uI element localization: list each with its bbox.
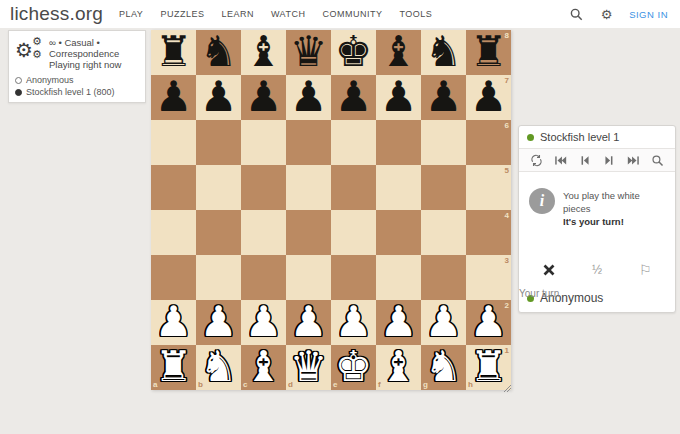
white-player-row: Anonymous bbox=[15, 75, 139, 85]
last-move-icon[interactable] bbox=[626, 153, 642, 167]
game-meta-line2: Correspondence bbox=[49, 48, 121, 59]
square-h3[interactable]: 3 bbox=[466, 255, 511, 300]
turn-info: i You play the white pieces It's your tu… bbox=[519, 172, 675, 232]
nav-item-play[interactable]: PLAY bbox=[119, 9, 143, 19]
square-a2[interactable]: ♟ bbox=[151, 300, 196, 345]
search-icon[interactable] bbox=[569, 7, 584, 22]
black-color-icon bbox=[15, 89, 22, 96]
square-b7[interactable]: ♟ bbox=[196, 75, 241, 120]
black-player-name: Stockfish level 1 (800) bbox=[26, 87, 115, 97]
square-b6[interactable] bbox=[196, 120, 241, 165]
white-pawn[interactable]: ♟ bbox=[151, 300, 196, 345]
square-h2[interactable]: ♟2 bbox=[466, 300, 511, 345]
square-g8[interactable]: ♞ bbox=[421, 30, 466, 75]
black-pawn[interactable]: ♟ bbox=[376, 75, 421, 120]
chess-board[interactable]: ♜♞♝♛♚♝♞♜8♟♟♟♟♟♟♟♟76543♟♟♟♟♟♟♟♟2♜a♞b♝c♛d♚… bbox=[151, 30, 511, 390]
square-d5[interactable] bbox=[286, 165, 331, 210]
square-c1[interactable]: ♝c bbox=[241, 345, 286, 390]
offer-draw-button[interactable]: ½ bbox=[588, 262, 606, 278]
square-e8[interactable]: ♚ bbox=[331, 30, 376, 75]
game-info-box: ⚙⚙⚙ ∞ • Casual • Correspondence Playing … bbox=[8, 30, 146, 103]
nav-item-tools[interactable]: TOOLS bbox=[399, 9, 432, 19]
black-bishop[interactable]: ♝ bbox=[376, 30, 421, 75]
square-g2[interactable]: ♟ bbox=[421, 300, 466, 345]
square-g1[interactable]: ♞g bbox=[421, 345, 466, 390]
square-a3[interactable] bbox=[151, 255, 196, 300]
board-resize-handle[interactable] bbox=[500, 379, 512, 391]
black-pawn[interactable]: ♟ bbox=[241, 75, 286, 120]
black-rook[interactable]: ♜ bbox=[466, 30, 511, 75]
opponent-row: Stockfish level 1 bbox=[519, 126, 675, 148]
turn-status-text: Your turn bbox=[519, 288, 559, 299]
square-e5[interactable] bbox=[331, 165, 376, 210]
square-f8[interactable]: ♝ bbox=[376, 30, 421, 75]
white-pawn[interactable]: ♟ bbox=[466, 300, 511, 345]
square-c5[interactable] bbox=[241, 165, 286, 210]
nav-item-community[interactable]: COMMUNITY bbox=[322, 9, 382, 19]
square-f2[interactable]: ♟ bbox=[376, 300, 421, 345]
square-b8[interactable]: ♞ bbox=[196, 30, 241, 75]
flip-board-icon[interactable] bbox=[528, 153, 544, 167]
rank-label-4: 4 bbox=[505, 212, 509, 220]
square-c4[interactable] bbox=[241, 210, 286, 255]
square-c8[interactable]: ♝ bbox=[241, 30, 286, 75]
info-icon: i bbox=[529, 188, 555, 214]
nav-item-learn[interactable]: LEARN bbox=[221, 9, 254, 19]
square-a4[interactable] bbox=[151, 210, 196, 255]
rank-label-3: 3 bbox=[505, 257, 509, 265]
turn-info-secondary: It's your turn! bbox=[563, 215, 667, 228]
white-pawn[interactable]: ♟ bbox=[196, 300, 241, 345]
square-f7[interactable]: ♟ bbox=[376, 75, 421, 120]
square-g7[interactable]: ♟ bbox=[421, 75, 466, 120]
main-menu: PLAYPUZZLESLEARNWATCHCOMMUNITYTOOLS bbox=[119, 9, 432, 19]
square-c6[interactable] bbox=[241, 120, 286, 165]
white-queen[interactable]: ♛ bbox=[286, 345, 331, 390]
square-e6[interactable] bbox=[331, 120, 376, 165]
black-knight[interactable]: ♞ bbox=[196, 30, 241, 75]
square-h5[interactable]: 5 bbox=[466, 165, 511, 210]
square-e1[interactable]: ♚e bbox=[331, 345, 376, 390]
black-bishop[interactable]: ♝ bbox=[241, 30, 286, 75]
online-status-icon bbox=[527, 134, 534, 141]
square-a1[interactable]: ♜a bbox=[151, 345, 196, 390]
square-h8[interactable]: ♜8 bbox=[466, 30, 511, 75]
white-bishop[interactable]: ♝ bbox=[241, 345, 286, 390]
square-b2[interactable]: ♟ bbox=[196, 300, 241, 345]
square-a6[interactable] bbox=[151, 120, 196, 165]
square-g6[interactable] bbox=[421, 120, 466, 165]
black-queen[interactable]: ♛ bbox=[286, 30, 331, 75]
square-d2[interactable]: ♟ bbox=[286, 300, 331, 345]
square-f5[interactable] bbox=[376, 165, 421, 210]
square-b1[interactable]: ♞b bbox=[196, 345, 241, 390]
white-king[interactable]: ♚ bbox=[331, 345, 376, 390]
first-move-icon[interactable] bbox=[552, 153, 568, 167]
square-d3[interactable] bbox=[286, 255, 331, 300]
square-a5[interactable] bbox=[151, 165, 196, 210]
square-d4[interactable] bbox=[286, 210, 331, 255]
white-color-icon bbox=[15, 77, 22, 84]
lichess-logo[interactable]: lichess.org bbox=[10, 3, 103, 25]
replay-controls bbox=[519, 148, 675, 172]
white-pawn[interactable]: ♟ bbox=[421, 300, 466, 345]
black-pawn[interactable]: ♟ bbox=[421, 75, 466, 120]
next-move-icon[interactable] bbox=[601, 153, 617, 167]
square-a8[interactable]: ♜ bbox=[151, 30, 196, 75]
square-c7[interactable]: ♟ bbox=[241, 75, 286, 120]
square-g5[interactable] bbox=[421, 165, 466, 210]
black-pawn[interactable]: ♟ bbox=[331, 75, 376, 120]
square-f4[interactable] bbox=[376, 210, 421, 255]
square-c2[interactable]: ♟ bbox=[241, 300, 286, 345]
rank-label-6: 6 bbox=[505, 122, 509, 130]
white-player-name: Anonymous bbox=[26, 75, 74, 85]
previous-move-icon[interactable] bbox=[577, 153, 593, 167]
black-pawn[interactable]: ♟ bbox=[466, 75, 511, 120]
square-h7[interactable]: ♟7 bbox=[466, 75, 511, 120]
square-b4[interactable] bbox=[196, 210, 241, 255]
resign-flag-icon[interactable]: ⚐ bbox=[636, 262, 654, 278]
square-b5[interactable] bbox=[196, 165, 241, 210]
white-knight[interactable]: ♞ bbox=[421, 345, 466, 390]
black-pawn[interactable]: ♟ bbox=[196, 75, 241, 120]
black-rook[interactable]: ♜ bbox=[151, 30, 196, 75]
black-pawn[interactable]: ♟ bbox=[286, 75, 331, 120]
white-pawn[interactable]: ♟ bbox=[286, 300, 331, 345]
game-meta-line3: Playing right now bbox=[49, 59, 121, 70]
square-b3[interactable] bbox=[196, 255, 241, 300]
square-f1[interactable]: ♝f bbox=[376, 345, 421, 390]
topbar-right: ⚙ SIGN IN bbox=[569, 7, 668, 22]
analysis-board-icon[interactable] bbox=[650, 153, 666, 167]
white-pawn[interactable]: ♟ bbox=[241, 300, 286, 345]
sign-in-button[interactable]: SIGN IN bbox=[629, 9, 668, 20]
square-a7[interactable]: ♟ bbox=[151, 75, 196, 120]
black-pawn[interactable]: ♟ bbox=[151, 75, 196, 120]
black-player-row: Stockfish level 1 (800) bbox=[15, 87, 139, 97]
square-d8[interactable]: ♛ bbox=[286, 30, 331, 75]
gear-icon[interactable]: ⚙ bbox=[599, 7, 614, 22]
square-f3[interactable] bbox=[376, 255, 421, 300]
nav-item-puzzles[interactable]: PUZZLES bbox=[160, 9, 204, 19]
abort-game-icon[interactable] bbox=[540, 262, 558, 278]
square-e3[interactable] bbox=[331, 255, 376, 300]
game-meta-line1: ∞ • Casual • bbox=[49, 37, 121, 48]
game-actions: ½ ⚐ bbox=[519, 232, 675, 286]
opponent-name[interactable]: Stockfish level 1 bbox=[540, 131, 619, 143]
square-e7[interactable]: ♟ bbox=[331, 75, 376, 120]
square-e2[interactable]: ♟ bbox=[331, 300, 376, 345]
square-g4[interactable] bbox=[421, 210, 466, 255]
rank-label-5: 5 bbox=[505, 167, 509, 175]
square-f6[interactable] bbox=[376, 120, 421, 165]
square-d6[interactable] bbox=[286, 120, 331, 165]
top-navbar: lichess.org PLAYPUZZLESLEARNWATCHCOMMUNI… bbox=[0, 0, 680, 28]
nav-item-watch[interactable]: WATCH bbox=[271, 9, 306, 19]
computer-opponent-icon: ⚙⚙⚙ bbox=[15, 37, 45, 65]
white-knight[interactable]: ♞ bbox=[196, 345, 241, 390]
white-bishop[interactable]: ♝ bbox=[376, 345, 421, 390]
square-d1[interactable]: ♛d bbox=[286, 345, 331, 390]
black-king[interactable]: ♚ bbox=[331, 30, 376, 75]
square-d7[interactable]: ♟ bbox=[286, 75, 331, 120]
white-pawn[interactable]: ♟ bbox=[376, 300, 421, 345]
square-e4[interactable] bbox=[331, 210, 376, 255]
square-h4[interactable]: 4 bbox=[466, 210, 511, 255]
turn-info-primary: You play the white pieces bbox=[563, 189, 667, 215]
square-g3[interactable] bbox=[421, 255, 466, 300]
square-c3[interactable] bbox=[241, 255, 286, 300]
square-h6[interactable]: 6 bbox=[466, 120, 511, 165]
white-rook[interactable]: ♜ bbox=[151, 345, 196, 390]
black-knight[interactable]: ♞ bbox=[421, 30, 466, 75]
game-meta: ∞ • Casual • Correspondence Playing righ… bbox=[49, 37, 121, 70]
white-pawn[interactable]: ♟ bbox=[331, 300, 376, 345]
game-side-panel: Stockfish level 1 i You play the white p… bbox=[518, 125, 676, 313]
